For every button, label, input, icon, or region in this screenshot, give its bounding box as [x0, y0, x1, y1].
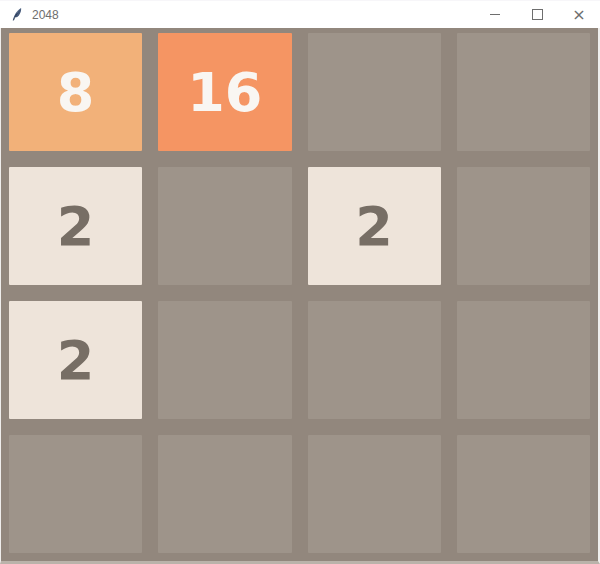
maximize-button[interactable]	[516, 1, 558, 29]
titlebar[interactable]: 2048 ×	[0, 0, 600, 28]
empty-cell-r4c2	[158, 435, 291, 553]
maximize-icon	[532, 9, 543, 20]
empty-cell-r3c4	[457, 301, 590, 419]
board-grid[interactable]: 816222	[0, 28, 600, 564]
tile-2-r2c3: 2	[308, 167, 441, 285]
empty-cell-r1c4	[457, 33, 590, 151]
tile-8-r1c1: 8	[9, 33, 142, 151]
tk-feather-icon	[9, 7, 25, 23]
empty-cell-r3c3	[308, 301, 441, 419]
empty-cell-r4c3	[308, 435, 441, 553]
empty-cell-r4c1	[9, 435, 142, 553]
close-icon: ×	[572, 7, 585, 23]
empty-cell-r1c3	[308, 33, 441, 151]
minimize-icon	[490, 14, 500, 15]
empty-cell-r4c4	[457, 435, 590, 553]
app-window: 2048 × 816222	[0, 0, 600, 564]
minimize-button[interactable]	[474, 1, 516, 29]
empty-cell-r2c4	[457, 167, 590, 285]
tile-2-r3c1: 2	[9, 301, 142, 419]
window-title: 2048	[32, 1, 59, 29]
close-button[interactable]: ×	[558, 1, 600, 29]
empty-cell-r3c2	[158, 301, 291, 419]
tile-16-r1c2: 16	[158, 33, 291, 151]
tile-2-r2c1: 2	[9, 167, 142, 285]
empty-cell-r2c2	[158, 167, 291, 285]
